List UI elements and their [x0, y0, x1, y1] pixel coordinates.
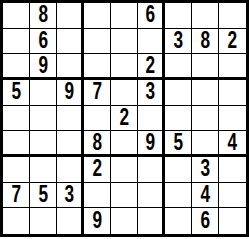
cell-r1c7[interactable]: [165, 3, 192, 29]
cell-r2c6[interactable]: [138, 29, 165, 55]
cell-r3c9[interactable]: [219, 54, 246, 80]
cell-r8c9[interactable]: [219, 183, 246, 209]
cell-r9c8[interactable]: 6: [192, 208, 219, 234]
cell-digit: 8: [38, 3, 48, 27]
cell-r3c5[interactable]: [111, 54, 138, 80]
cell-r4c3[interactable]: 9: [57, 80, 84, 106]
cell-digit: 2: [145, 54, 155, 77]
cell-r6c8[interactable]: [192, 131, 219, 157]
cell-r9c1[interactable]: [3, 208, 30, 234]
cell-r7c9[interactable]: [219, 157, 246, 183]
cell-r3c1[interactable]: [3, 54, 30, 80]
cell-r5c2[interactable]: [30, 106, 57, 132]
cell-r5c9[interactable]: [219, 106, 246, 132]
cell-r1c2[interactable]: 8: [30, 3, 57, 29]
cell-digit: 7: [92, 80, 102, 104]
cell-digit: 9: [92, 209, 102, 233]
cell-r6c7[interactable]: 5: [165, 131, 192, 157]
cell-r4c4[interactable]: 7: [84, 80, 111, 106]
sudoku-page: 8663829259732895423753496: [0, 0, 249, 239]
cell-r2c4[interactable]: [84, 29, 111, 55]
cell-r8c1[interactable]: 7: [3, 183, 30, 209]
cell-r3c8[interactable]: [192, 54, 219, 80]
cell-r1c3[interactable]: [57, 3, 84, 29]
cell-r1c1[interactable]: [3, 3, 30, 29]
cell-r5c6[interactable]: [138, 106, 165, 132]
cell-r5c3[interactable]: [57, 106, 84, 132]
cell-r1c8[interactable]: [192, 3, 219, 29]
cell-r3c2[interactable]: 9: [30, 54, 57, 80]
cell-r4c7[interactable]: [165, 80, 192, 106]
cell-digit: 8: [200, 29, 210, 53]
cell-digit: 3: [173, 29, 183, 53]
cell-r9c5[interactable]: [111, 208, 138, 234]
cell-r7c7[interactable]: [165, 157, 192, 183]
cell-digit: 3: [200, 157, 210, 181]
cell-r5c8[interactable]: [192, 106, 219, 132]
cell-r4c9[interactable]: [219, 80, 246, 106]
cell-r8c2[interactable]: 5: [30, 183, 57, 209]
cell-digit: 9: [145, 131, 155, 154]
cell-r8c5[interactable]: [111, 183, 138, 209]
cell-digit: 4: [200, 183, 210, 207]
cell-r2c9[interactable]: 2: [219, 29, 246, 55]
cell-r3c3[interactable]: [57, 54, 84, 80]
cell-digit: 3: [145, 80, 155, 104]
cell-digit: 5: [173, 131, 183, 154]
cell-r9c9[interactable]: [219, 208, 246, 234]
cell-digit: 5: [11, 80, 21, 104]
cell-r5c4[interactable]: [84, 106, 111, 132]
cell-r7c3[interactable]: [57, 157, 84, 183]
cell-r4c6[interactable]: 3: [138, 80, 165, 106]
cell-digit: 2: [92, 157, 102, 181]
cell-r7c5[interactable]: [111, 157, 138, 183]
sudoku-board: 8663829259732895423753496: [0, 0, 249, 237]
cell-r4c1[interactable]: 5: [3, 80, 30, 106]
cell-r6c4[interactable]: 8: [84, 131, 111, 157]
cell-r4c5[interactable]: [111, 80, 138, 106]
cell-r9c6[interactable]: [138, 208, 165, 234]
cell-r4c8[interactable]: [192, 80, 219, 106]
cell-r2c3[interactable]: [57, 29, 84, 55]
cell-r8c7[interactable]: [165, 183, 192, 209]
cell-digit: 2: [228, 29, 238, 53]
cell-digit: 6: [145, 3, 155, 27]
cell-r7c2[interactable]: [30, 157, 57, 183]
cell-r1c4[interactable]: [84, 3, 111, 29]
cell-digit: 7: [11, 183, 21, 207]
cell-r8c4[interactable]: [84, 183, 111, 209]
cell-r8c6[interactable]: [138, 183, 165, 209]
cell-r8c3[interactable]: 3: [57, 183, 84, 209]
cell-digit: 5: [38, 183, 48, 207]
cell-r6c3[interactable]: [57, 131, 84, 157]
cell-r3c6[interactable]: 2: [138, 54, 165, 80]
cell-r9c7[interactable]: [165, 208, 192, 234]
cell-r2c5[interactable]: [111, 29, 138, 55]
cell-digit: 2: [119, 106, 129, 130]
cell-r6c1[interactable]: [3, 131, 30, 157]
cell-digit: 3: [64, 183, 74, 207]
cell-r2c8[interactable]: 8: [192, 29, 219, 55]
cell-digit: 6: [38, 29, 48, 53]
cell-r3c7[interactable]: [165, 54, 192, 80]
cell-r7c1[interactable]: [3, 157, 30, 183]
cell-r7c4[interactable]: 2: [84, 157, 111, 183]
cell-r4c2[interactable]: [30, 80, 57, 106]
cell-r9c3[interactable]: [57, 208, 84, 234]
cell-digit: 9: [64, 80, 74, 104]
cell-r7c6[interactable]: [138, 157, 165, 183]
cell-r1c9[interactable]: [219, 3, 246, 29]
cell-digit: 8: [92, 131, 102, 154]
cell-r3c4[interactable]: [84, 54, 111, 80]
cell-digit: 6: [200, 209, 210, 233]
cell-digit: 9: [38, 54, 48, 77]
cell-r2c1[interactable]: [3, 29, 30, 55]
cell-r5c1[interactable]: [3, 106, 30, 132]
cell-r1c5[interactable]: [111, 3, 138, 29]
cell-r2c2[interactable]: 6: [30, 29, 57, 55]
cell-r6c6[interactable]: 9: [138, 131, 165, 157]
cell-r6c9[interactable]: 4: [219, 131, 246, 157]
cell-r9c4[interactable]: 9: [84, 208, 111, 234]
cell-r5c5[interactable]: 2: [111, 106, 138, 132]
cell-r8c8[interactable]: 4: [192, 183, 219, 209]
cell-r9c2[interactable]: [30, 208, 57, 234]
cell-r5c7[interactable]: [165, 106, 192, 132]
cell-r7c8[interactable]: 3: [192, 157, 219, 183]
cell-r6c5[interactable]: [111, 131, 138, 157]
cell-digit: 4: [228, 131, 238, 154]
cell-r2c7[interactable]: 3: [165, 29, 192, 55]
cell-r6c2[interactable]: [30, 131, 57, 157]
cell-r1c6[interactable]: 6: [138, 3, 165, 29]
